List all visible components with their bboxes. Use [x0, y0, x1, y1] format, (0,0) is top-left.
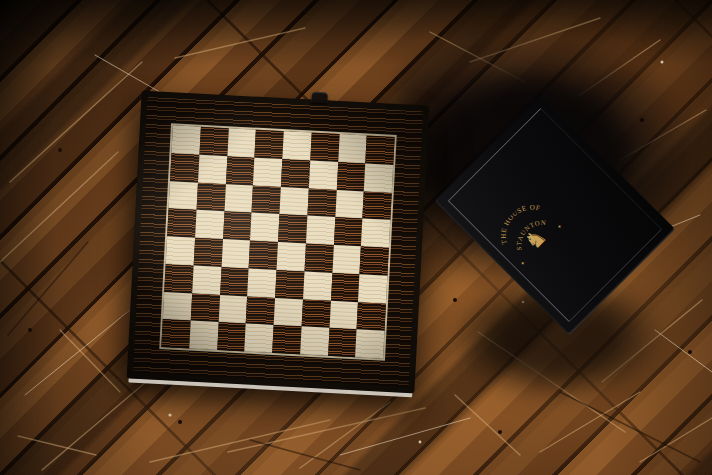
square-e2[interactable] — [274, 297, 303, 326]
square-c7[interactable] — [225, 156, 254, 185]
square-f1[interactable] — [300, 327, 329, 356]
square-d7[interactable] — [253, 157, 282, 186]
square-e4[interactable] — [277, 242, 306, 271]
square-b5[interactable] — [195, 210, 224, 239]
square-f3[interactable] — [303, 271, 332, 300]
square-e3[interactable] — [275, 270, 304, 299]
square-f5[interactable] — [306, 216, 335, 245]
square-f2[interactable] — [301, 299, 330, 328]
square-h6[interactable] — [363, 191, 392, 220]
square-c2[interactable] — [218, 295, 247, 324]
square-h3[interactable] — [358, 274, 387, 303]
square-d6[interactable] — [252, 185, 281, 214]
square-c4[interactable] — [221, 239, 250, 268]
square-a8[interactable] — [172, 125, 201, 154]
square-g5[interactable] — [333, 217, 362, 246]
chess-board — [127, 91, 430, 394]
square-g8[interactable] — [338, 134, 367, 163]
square-d1[interactable] — [244, 324, 273, 353]
square-h5[interactable] — [361, 219, 390, 248]
square-a6[interactable] — [169, 181, 198, 210]
square-b3[interactable] — [192, 265, 221, 294]
square-b4[interactable] — [193, 238, 222, 267]
square-h8[interactable] — [365, 136, 394, 165]
square-e6[interactable] — [279, 187, 308, 216]
square-f7[interactable] — [309, 160, 338, 189]
square-d8[interactable] — [255, 130, 284, 159]
square-b7[interactable] — [198, 155, 227, 184]
square-g7[interactable] — [336, 162, 365, 191]
ornament-left-icon: ✦ — [520, 260, 527, 267]
square-a1[interactable] — [161, 319, 190, 348]
square-g1[interactable] — [328, 328, 357, 357]
square-h1[interactable] — [355, 329, 384, 358]
board-squares-grid — [161, 125, 394, 358]
photo-canvas: THE HOUSE OF STAUNTON ♞ ✦ ✦ — [0, 0, 712, 475]
square-g3[interactable] — [331, 273, 360, 302]
square-b2[interactable] — [191, 293, 220, 322]
square-g4[interactable] — [332, 245, 361, 274]
square-a7[interactable] — [170, 153, 199, 182]
board-inlay-line — [159, 123, 397, 361]
square-a2[interactable] — [163, 292, 192, 321]
square-g2[interactable] — [329, 300, 358, 329]
square-c5[interactable] — [223, 211, 252, 240]
square-a3[interactable] — [164, 264, 193, 293]
square-b1[interactable] — [189, 321, 218, 350]
square-c6[interactable] — [224, 184, 253, 213]
square-a5[interactable] — [167, 208, 196, 237]
square-b6[interactable] — [196, 182, 225, 211]
square-e8[interactable] — [282, 131, 311, 160]
square-e1[interactable] — [272, 325, 301, 354]
square-f6[interactable] — [307, 188, 336, 217]
square-d4[interactable] — [249, 241, 278, 270]
square-f8[interactable] — [310, 133, 339, 162]
square-d3[interactable] — [247, 268, 276, 297]
square-e5[interactable] — [278, 214, 307, 243]
square-c1[interactable] — [217, 322, 246, 351]
ornament-right-icon: ✦ — [556, 223, 563, 230]
square-f4[interactable] — [304, 243, 333, 272]
square-a4[interactable] — [166, 236, 195, 265]
square-b8[interactable] — [199, 127, 228, 156]
square-e7[interactable] — [281, 159, 310, 188]
square-h2[interactable] — [357, 302, 386, 331]
square-c3[interactable] — [220, 267, 249, 296]
square-c8[interactable] — [227, 128, 256, 157]
board-frame — [133, 97, 423, 387]
square-h7[interactable] — [364, 163, 393, 192]
square-h4[interactable] — [360, 246, 389, 275]
square-g6[interactable] — [335, 189, 364, 218]
square-d2[interactable] — [246, 296, 275, 325]
clasp-knob — [311, 92, 328, 104]
square-d5[interactable] — [250, 213, 279, 242]
